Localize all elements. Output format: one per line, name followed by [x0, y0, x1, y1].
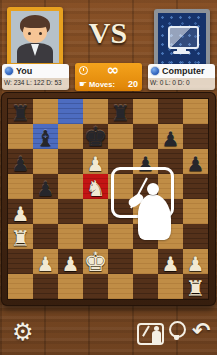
square-e7[interactable]	[108, 124, 133, 149]
white-pawn-h2[interactable]: ♟	[183, 254, 208, 275]
white-pawn-b2[interactable]: ♟	[33, 254, 58, 275]
black-rook-a8[interactable]: ♜	[8, 102, 33, 125]
square-d5[interactable]: ♞	[83, 174, 108, 199]
computer-clock-icon	[150, 66, 160, 76]
moves-label: Moves:	[89, 80, 128, 89]
black-pawn-a6[interactable]: ♟	[8, 154, 33, 175]
square-h6[interactable]: ♟	[183, 149, 208, 174]
moves-hand-icon: ☛	[79, 80, 87, 89]
square-h2[interactable]: ♟	[183, 249, 208, 274]
tutor-hint-icon[interactable]	[137, 323, 164, 345]
square-h3[interactable]	[183, 224, 208, 249]
white-knight-d5[interactable]: ♞	[83, 177, 108, 200]
square-a3[interactable]: ♜	[8, 224, 33, 249]
square-f2[interactable]	[133, 249, 158, 274]
square-c7[interactable]	[58, 124, 83, 149]
tutor-figure-head	[147, 183, 159, 195]
avatar-eye	[39, 32, 42, 35]
square-c6[interactable]	[58, 149, 83, 174]
square-a6[interactable]: ♟	[8, 149, 33, 174]
square-e1[interactable]	[108, 274, 133, 299]
tutor-icon-body	[152, 331, 161, 343]
black-pawn-g7[interactable]: ♟	[158, 129, 183, 150]
white-pawn-a4[interactable]: ♟	[8, 204, 33, 225]
vs-label: VS	[80, 16, 136, 50]
square-h7[interactable]	[183, 124, 208, 149]
square-a7[interactable]	[8, 124, 33, 149]
square-e2[interactable]	[108, 249, 133, 274]
tutor-icon-stick	[142, 325, 149, 336]
square-h5[interactable]	[183, 174, 208, 199]
square-c4[interactable]	[58, 199, 83, 224]
player-info-card: You W: 234 L: 122 D: 53	[2, 64, 69, 90]
computer-avatar	[154, 9, 210, 69]
square-c2[interactable]: ♟	[58, 249, 83, 274]
square-b5[interactable]: ♟	[33, 174, 58, 199]
player-stats: W: 234 L: 122 D: 53	[2, 78, 69, 90]
square-b7[interactable]: ♝	[33, 124, 58, 149]
square-c8[interactable]	[58, 99, 83, 124]
square-d6[interactable]: ♟	[83, 149, 108, 174]
computer-name: Computer	[162, 66, 205, 76]
player-avatar	[7, 7, 63, 67]
black-bishop-b7[interactable]: ♝	[33, 127, 58, 150]
square-d7[interactable]: ♚	[83, 124, 108, 149]
avatar-fringe	[23, 19, 47, 28]
square-g8[interactable]	[158, 99, 183, 124]
undo-move-icon[interactable]: ↶	[192, 318, 210, 343]
player-clock-icon	[4, 66, 14, 76]
chess-app: VS You W: 234 L: 122 D: 53 ∞ ☛ Moves: 20…	[0, 0, 217, 355]
square-b1[interactable]	[33, 274, 58, 299]
match-status-card: ∞ ☛ Moves: 20	[75, 63, 142, 91]
square-h8[interactable]	[183, 99, 208, 124]
square-d2[interactable]: ♚	[83, 249, 108, 274]
white-pawn-d6[interactable]: ♟	[83, 154, 108, 175]
moves-value: 20	[128, 79, 138, 89]
square-d1[interactable]	[83, 274, 108, 299]
square-d3[interactable]	[83, 224, 108, 249]
black-king-d7[interactable]: ♚	[83, 123, 108, 150]
white-pawn-g2[interactable]: ♟	[158, 254, 183, 275]
square-h1[interactable]: ♜	[183, 274, 208, 299]
white-king-d2[interactable]: ♚	[83, 248, 108, 275]
lightbulb-base	[174, 335, 179, 340]
avatar-eye	[28, 32, 31, 35]
settings-gear-icon[interactable]: ⚙	[12, 318, 34, 346]
square-b8[interactable]	[33, 99, 58, 124]
square-b2[interactable]: ♟	[33, 249, 58, 274]
lightbulb-hint-icon[interactable]	[169, 321, 186, 338]
square-c1[interactable]	[58, 274, 83, 299]
square-a2[interactable]	[8, 249, 33, 274]
square-a8[interactable]: ♜	[8, 99, 33, 124]
square-a5[interactable]	[8, 174, 33, 199]
square-g7[interactable]: ♟	[158, 124, 183, 149]
black-pawn-b5[interactable]: ♟	[33, 179, 58, 200]
square-a4[interactable]: ♟	[8, 199, 33, 224]
square-g2[interactable]: ♟	[158, 249, 183, 274]
computer-stats: W: 0 L: 0 D: 0	[148, 78, 215, 90]
black-rook-e8[interactable]: ♜	[108, 102, 133, 125]
black-pawn-h6[interactable]: ♟	[183, 154, 208, 175]
square-b3[interactable]	[33, 224, 58, 249]
monitor-base	[173, 51, 190, 54]
square-d4[interactable]	[83, 199, 108, 224]
square-e8[interactable]: ♜	[108, 99, 133, 124]
square-d8[interactable]	[83, 99, 108, 124]
square-c3[interactable]	[58, 224, 83, 249]
white-rook-a3[interactable]: ♜	[8, 227, 33, 250]
square-e3[interactable]	[108, 224, 133, 249]
square-f8[interactable]	[133, 99, 158, 124]
square-b4[interactable]	[33, 199, 58, 224]
time-limit-value: ∞	[88, 64, 138, 77]
player-name: You	[16, 66, 32, 76]
square-f7[interactable]	[133, 124, 158, 149]
time-limit-icon	[79, 66, 88, 75]
board-grid: ♜♜♝♚♟♟♟♟♟♟♞♟♜♟♟♚♟♟♜	[8, 99, 208, 299]
square-a1[interactable]	[8, 274, 33, 299]
square-f1[interactable]	[133, 274, 158, 299]
computer-info-card: Computer W: 0 L: 0 D: 0	[148, 64, 215, 90]
square-g1[interactable]	[158, 274, 183, 299]
square-h4[interactable]	[183, 199, 208, 224]
white-rook-h1[interactable]: ♜	[183, 277, 208, 300]
white-pawn-c2[interactable]: ♟	[58, 254, 83, 275]
square-c5[interactable]	[58, 174, 83, 199]
square-b6[interactable]	[33, 149, 58, 174]
monitor-icon	[168, 26, 199, 49]
